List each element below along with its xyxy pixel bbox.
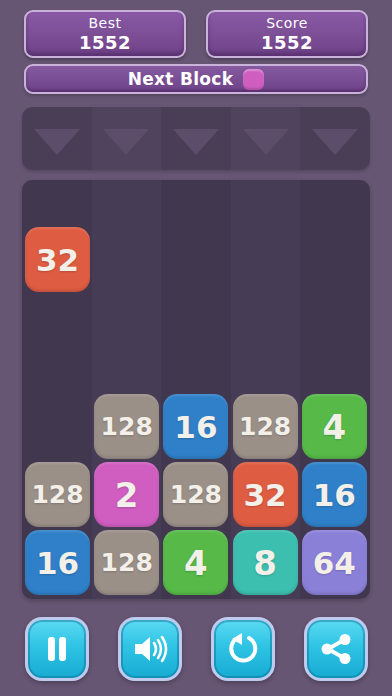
score-panel: Score 1552	[206, 10, 368, 58]
tile-2: 2	[94, 462, 159, 527]
tile-128: 128	[163, 462, 228, 527]
down-arrow-icon	[34, 129, 80, 155]
tile-8: 8	[233, 530, 298, 595]
tile-128: 128	[94, 394, 159, 459]
pause-icon	[42, 634, 72, 664]
tile-32: 32	[25, 227, 90, 292]
drop-column-3[interactable]	[161, 107, 231, 170]
tile-64: 64	[302, 530, 367, 595]
tile-16: 16	[25, 530, 90, 595]
drop-column-1[interactable]	[22, 107, 92, 170]
score-label: Score	[208, 15, 366, 31]
tile-128: 128	[94, 530, 159, 595]
tile-128: 128	[25, 462, 90, 527]
next-block-bar: Next Block	[24, 64, 368, 94]
drop-arrow-row	[22, 107, 370, 170]
next-block-preview-tile	[243, 69, 264, 90]
best-value: 1552	[26, 32, 184, 53]
share-button[interactable]	[304, 617, 368, 681]
drop-column-2[interactable]	[92, 107, 162, 170]
down-arrow-icon	[312, 129, 358, 155]
score-value: 1552	[208, 32, 366, 53]
game-screen: Best 1552 Score 1552 Next Block 12816128…	[0, 0, 392, 696]
drop-column-4[interactable]	[231, 107, 301, 170]
share-icon	[320, 633, 352, 665]
best-score-panel: Best 1552	[24, 10, 186, 58]
pause-button[interactable]	[25, 617, 89, 681]
down-arrow-icon	[243, 129, 289, 155]
restart-button[interactable]	[211, 617, 275, 681]
down-arrow-icon	[103, 129, 149, 155]
sound-button[interactable]	[118, 617, 182, 681]
tile-16: 16	[163, 394, 228, 459]
next-block-label: Next Block	[128, 69, 234, 89]
tile-32: 32	[233, 462, 298, 527]
tile-128: 128	[233, 394, 298, 459]
tile-16: 16	[302, 462, 367, 527]
tile-4: 4	[163, 530, 228, 595]
best-label: Best	[26, 15, 184, 31]
tile-4: 4	[302, 394, 367, 459]
drop-column-5[interactable]	[300, 107, 370, 170]
restart-icon	[226, 632, 260, 666]
speaker-icon	[132, 634, 168, 664]
down-arrow-icon	[173, 129, 219, 155]
